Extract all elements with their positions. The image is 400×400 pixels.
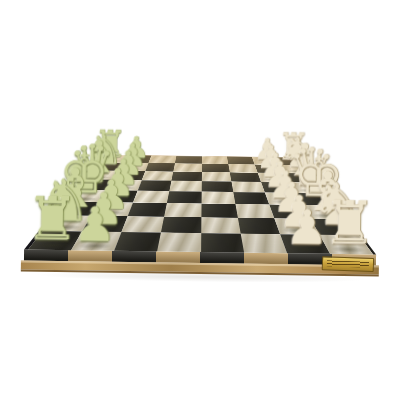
board-square[interactable] (133, 191, 169, 203)
board-square[interactable] (164, 203, 201, 217)
piece-green-rook[interactable]: ♜ (25, 190, 79, 247)
board-square[interactable] (235, 204, 274, 218)
piece-white-rook[interactable]: ♜ (323, 195, 377, 252)
board-square[interactable] (138, 180, 172, 191)
board-square[interactable] (172, 172, 202, 182)
board-square[interactable] (161, 217, 201, 233)
board-square[interactable] (201, 181, 233, 192)
board-square[interactable] (201, 172, 231, 182)
board-square[interactable]: ♜ (28, 231, 82, 250)
board-square[interactable]: ♟ (71, 232, 121, 251)
board-square[interactable] (170, 181, 202, 192)
board-square[interactable] (230, 172, 261, 182)
board-square[interactable] (238, 218, 280, 235)
board-square[interactable] (167, 191, 201, 203)
board-square[interactable] (142, 171, 174, 181)
chess-set: ♜♟♟♜♞♟♟♞♝♟♟♝♛♟♟♛♚♟♟♚♝♟♟♝♞♟♟♞♜♟♟♜ (22, 0, 380, 400)
board-square[interactable] (157, 233, 200, 252)
board-square[interactable] (201, 192, 235, 204)
brass-plaque (322, 256, 374, 272)
board-square[interactable] (240, 234, 286, 253)
board-square[interactable] (201, 217, 241, 234)
board-square[interactable] (228, 164, 257, 173)
board-square[interactable] (128, 203, 167, 217)
board-square[interactable] (201, 233, 244, 252)
board-square[interactable] (114, 232, 161, 251)
board-square[interactable] (233, 192, 269, 204)
board-square[interactable] (122, 216, 165, 232)
photo-background: ♜♟♟♜♞♟♟♞♝♟♟♝♛♟♟♛♚♟♟♚♝♟♟♝♞♟♟♞♜♟♟♜ (0, 0, 400, 400)
board-square[interactable] (201, 203, 238, 217)
chess-board: ♜♟♟♜♞♟♟♞♝♟♟♝♛♟♟♛♚♟♟♚♝♟♟♝♞♟♟♞♜♟♟♜ (24, 155, 376, 255)
board-square[interactable] (231, 182, 265, 193)
piece-green-pawn[interactable]: ♟ (73, 202, 116, 248)
